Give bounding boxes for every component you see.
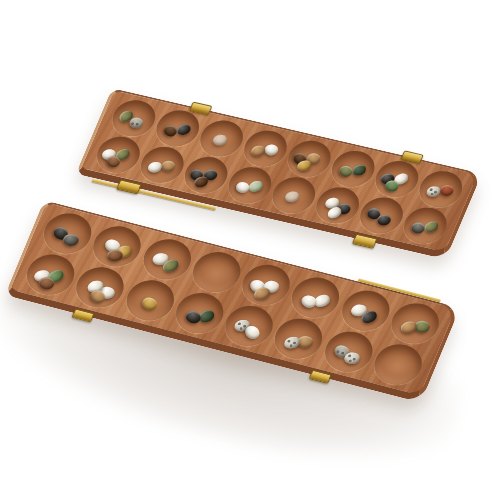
stone-black xyxy=(183,308,203,325)
pit-r2c2[interactable] xyxy=(135,142,190,186)
pit-r4c2[interactable] xyxy=(70,263,130,313)
stone-pale xyxy=(284,191,300,203)
pit-r2c1[interactable] xyxy=(91,132,146,176)
back-half-pits xyxy=(90,95,468,247)
fold-hinge-right xyxy=(352,234,378,249)
stone-amber xyxy=(297,160,312,171)
stone-pale xyxy=(211,134,228,147)
stone-amber xyxy=(139,294,159,312)
stone-tan xyxy=(254,287,270,300)
stone-darkgreen xyxy=(352,164,366,176)
pit-r3c2[interactable] xyxy=(87,221,147,271)
stone-tan xyxy=(159,159,177,174)
pit-r1c8[interactable] xyxy=(413,167,468,211)
stone-speckle xyxy=(285,336,301,349)
pit-r4c3[interactable] xyxy=(120,275,180,325)
pit-r3c7[interactable] xyxy=(335,286,395,336)
stone-darkbrown xyxy=(162,123,180,139)
pit-r4c8[interactable] xyxy=(368,340,428,390)
pit-r2c7[interactable] xyxy=(354,193,409,237)
pit-r3c3[interactable] xyxy=(137,234,197,284)
stone-white xyxy=(147,162,163,173)
stone-tan xyxy=(250,145,266,157)
stone-black xyxy=(176,124,190,136)
stone-white xyxy=(300,292,320,310)
pit-r1c1[interactable] xyxy=(106,96,161,140)
stone-tan xyxy=(400,321,417,333)
pit-r4c1[interactable] xyxy=(21,250,81,300)
pit-r2c5[interactable] xyxy=(266,173,321,217)
pit-r4c5[interactable] xyxy=(219,301,279,351)
stone-darkbrown xyxy=(194,176,209,187)
mancala-board-photo xyxy=(0,0,500,500)
pit-r2c8[interactable] xyxy=(398,203,453,247)
pit-r3c5[interactable] xyxy=(236,260,296,310)
pit-r2c3[interactable] xyxy=(179,152,234,196)
pit-r4c7[interactable] xyxy=(318,327,378,377)
pit-r3c1[interactable] xyxy=(38,209,98,259)
pit-r4c4[interactable] xyxy=(169,288,229,338)
stone-olive xyxy=(424,220,438,233)
fold-hinge-left xyxy=(116,179,142,194)
pit-r4c6[interactable] xyxy=(269,314,329,364)
stone-olive xyxy=(337,163,355,179)
pit-r1c2[interactable] xyxy=(150,106,205,150)
pit-r3c8[interactable] xyxy=(385,298,445,348)
pit-r2c6[interactable] xyxy=(310,183,365,227)
stone-speckle xyxy=(425,186,441,198)
stone-darkgray xyxy=(409,220,427,236)
pit-r3c4[interactable] xyxy=(186,247,246,297)
pit-r1c3[interactable] xyxy=(194,116,249,160)
pit-r2c4[interactable] xyxy=(222,163,277,207)
pit-r1c7[interactable] xyxy=(369,156,424,200)
pit-r3c6[interactable] xyxy=(286,273,346,323)
stone-palegreen xyxy=(249,180,263,192)
pit-r1c6[interactable] xyxy=(326,146,381,190)
pit-r1c5[interactable] xyxy=(282,136,337,180)
pit-r1c4[interactable] xyxy=(238,126,293,170)
stone-white xyxy=(234,179,252,195)
